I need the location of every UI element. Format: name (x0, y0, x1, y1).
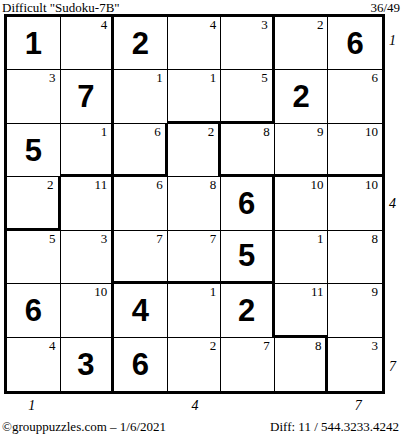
board: 1424326371152651628910211686101053775186… (4, 14, 385, 394)
col-label-4: 4 (192, 398, 199, 414)
clue-number: 6 (156, 178, 163, 192)
row-label-7: 7 (389, 359, 396, 375)
cell-r2c7[interactable]: 6 (328, 70, 382, 123)
clue-number: 2 (210, 339, 217, 353)
row-label-4: 4 (389, 196, 396, 212)
given-digit: 6 (221, 177, 272, 229)
clue-number: 6 (154, 125, 161, 139)
cell-r2c4[interactable]: 1 (168, 70, 222, 123)
col-label-1: 1 (28, 398, 35, 414)
cell-r5c6[interactable]: 1 (275, 231, 329, 284)
cell-r7c5[interactable]: 7 (221, 338, 275, 391)
clue-number: 10 (365, 178, 378, 192)
cell-r7c4[interactable]: 2 (168, 338, 222, 391)
clue-number: 1 (101, 125, 108, 139)
given-digit: 4 (114, 284, 167, 336)
cell-r7c3[interactable]: 6 (114, 338, 168, 391)
cell-r2c5[interactable]: 5 (221, 70, 275, 123)
cell-r1c7[interactable]: 6 (328, 17, 382, 70)
cell-r1c3[interactable]: 2 (114, 17, 168, 70)
clue-number: 11 (311, 285, 324, 299)
cell-r6c4[interactable]: 1 (168, 284, 222, 337)
cell-r3c6[interactable]: 9 (275, 124, 329, 177)
cell-r2c6[interactable]: 2 (275, 70, 329, 123)
clue-number: 3 (261, 18, 268, 32)
clue-number: 11 (95, 178, 108, 192)
cell-r1c6[interactable]: 2 (275, 17, 329, 70)
copyright-text: ©grouppuzzles.com – 1/6/2021 (2, 419, 166, 435)
clue-number: 2 (208, 125, 215, 139)
cell-r7c7[interactable]: 3 (328, 338, 382, 391)
clue-number: 10 (365, 125, 378, 139)
cell-r5c1[interactable]: 5 (7, 231, 61, 284)
clue-number: 10 (94, 285, 107, 299)
clue-number: 4 (210, 18, 217, 32)
cell-r3c5[interactable]: 8 (221, 124, 275, 177)
clue-number: 2 (317, 18, 324, 32)
cell-r6c7[interactable]: 9 (328, 284, 382, 337)
cell-r3c1[interactable]: 5 (7, 124, 61, 177)
cell-r3c7[interactable]: 10 (328, 124, 382, 177)
clue-number: 1 (317, 232, 324, 246)
cell-r2c1[interactable]: 3 (7, 70, 61, 123)
cell-r2c2[interactable]: 7 (61, 70, 115, 123)
clue-number: 9 (372, 285, 379, 299)
cell-r7c6[interactable]: 8 (275, 338, 329, 391)
cell-r6c1[interactable]: 6 (7, 284, 61, 337)
given-digit: 7 (61, 70, 112, 122)
cell-r7c2[interactable]: 3 (61, 338, 115, 391)
clue-number: 3 (101, 232, 108, 246)
cell-r7c1[interactable]: 4 (7, 338, 61, 391)
clue-number: 1 (210, 285, 217, 299)
clue-number: 7 (156, 232, 163, 246)
row-label-1: 1 (389, 33, 396, 49)
cell-r6c5[interactable]: 2 (221, 284, 275, 337)
difficulty-text: Diff: 11 / 544.3233.4242 (270, 419, 399, 435)
given-digit: 2 (275, 70, 328, 122)
clue-number: 8 (263, 125, 270, 139)
cell-r3c4[interactable]: 2 (168, 124, 222, 177)
given-digit: 1 (7, 17, 60, 69)
cell-r4c6[interactable]: 10 (275, 177, 329, 230)
clue-number: 8 (372, 232, 379, 246)
clue-number: 2 (47, 178, 54, 192)
clue-number: 10 (310, 178, 323, 192)
clue-number: 3 (372, 339, 379, 353)
given-digit: 6 (114, 338, 167, 391)
cell-r5c2[interactable]: 3 (61, 231, 115, 284)
given-digit: 2 (221, 284, 272, 336)
clue-number: 7 (210, 232, 217, 246)
cell-r1c4[interactable]: 4 (168, 17, 222, 70)
clue-number: 9 (317, 125, 324, 139)
cell-r4c4[interactable]: 8 (168, 177, 222, 230)
cell-r5c7[interactable]: 8 (328, 231, 382, 284)
cell-r4c2[interactable]: 11 (61, 177, 115, 230)
clue-number: 1 (156, 71, 163, 85)
clue-number: 5 (261, 71, 268, 85)
given-digit: 5 (221, 231, 272, 281)
clue-number: 4 (101, 18, 108, 32)
clue-number: 6 (372, 71, 379, 85)
cell-r1c5[interactable]: 3 (221, 17, 275, 70)
col-label-7: 7 (355, 398, 362, 414)
cell-r5c4[interactable]: 7 (168, 231, 222, 284)
cell-r4c7[interactable]: 10 (328, 177, 382, 230)
clue-number: 5 (49, 232, 56, 246)
clue-number: 1 (210, 71, 217, 85)
cell-r4c3[interactable]: 6 (114, 177, 168, 230)
cell-r3c3[interactable]: 6 (114, 124, 168, 177)
cell-r6c2[interactable]: 10 (61, 284, 115, 337)
clue-number: 4 (49, 339, 56, 353)
given-digit: 3 (61, 338, 112, 391)
clue-number: 7 (263, 339, 270, 353)
cell-r5c3[interactable]: 7 (114, 231, 168, 284)
cell-r1c2[interactable]: 4 (61, 17, 115, 70)
cell-r6c3[interactable]: 4 (114, 284, 168, 337)
given-digit: 2 (114, 17, 167, 69)
cell-r5c5[interactable]: 5 (221, 231, 275, 284)
given-digit: 5 (7, 124, 60, 176)
clue-number: 3 (49, 71, 56, 85)
clue-number: 8 (315, 339, 322, 353)
cell-r6c6[interactable]: 11 (275, 284, 329, 337)
puzzle-page: Difficult "Sudoku-7B" 36/49 142432637115… (0, 0, 403, 437)
given-digit: 6 (7, 284, 60, 336)
given-digit: 6 (328, 17, 382, 69)
cell-r4c1[interactable]: 2 (7, 177, 61, 230)
cell-r2c3[interactable]: 1 (114, 70, 168, 123)
clue-number: 8 (210, 178, 217, 192)
cell-r4c5[interactable]: 6 (221, 177, 275, 230)
cell-r3c2[interactable]: 1 (61, 124, 115, 177)
cell-r1c1[interactable]: 1 (7, 17, 61, 70)
